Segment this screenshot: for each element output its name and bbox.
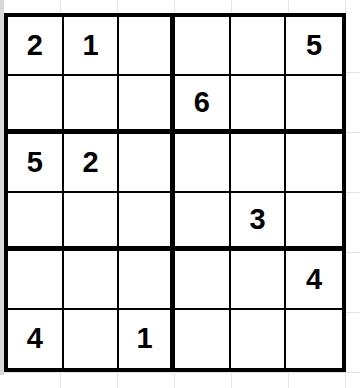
sudoku-cell-r6c1[interactable]: 4 xyxy=(8,310,64,369)
sudoku-cell-r1c3[interactable] xyxy=(119,17,175,76)
cell-value: 5 xyxy=(27,148,43,177)
sudoku-cell-r3c6[interactable] xyxy=(286,134,342,193)
sudoku-cell-r1c5[interactable] xyxy=(231,17,287,76)
sudoku-cell-r1c2[interactable]: 1 xyxy=(64,17,120,76)
cell-value: 4 xyxy=(27,324,43,353)
sudoku-cell-r6c4[interactable] xyxy=(175,310,231,369)
sudoku-cell-r2c6[interactable] xyxy=(286,76,342,135)
cell-value: 3 xyxy=(249,205,265,234)
cell-value: 4 xyxy=(306,265,322,294)
sudoku-cell-r5c2[interactable] xyxy=(64,251,120,310)
cell-value: 2 xyxy=(82,148,98,177)
cell-value: 1 xyxy=(82,31,98,60)
sudoku-cell-r2c2[interactable] xyxy=(64,76,120,135)
sudoku-cell-r4c3[interactable] xyxy=(119,193,175,252)
cell-value: 2 xyxy=(27,31,43,60)
cell-value: 6 xyxy=(194,88,210,117)
sudoku-cell-r6c3[interactable]: 1 xyxy=(119,310,175,369)
sudoku-cell-r1c4[interactable] xyxy=(175,17,231,76)
sudoku-cell-r4c4[interactable] xyxy=(175,193,231,252)
sudoku-cell-r4c1[interactable] xyxy=(8,193,64,252)
cell-value: 1 xyxy=(137,324,153,353)
sudoku-cell-r2c5[interactable] xyxy=(231,76,287,135)
sudoku-cell-r4c5[interactable]: 3 xyxy=(231,193,287,252)
cell-value: 5 xyxy=(306,31,322,60)
sudoku-cell-r5c5[interactable] xyxy=(231,251,287,310)
sudoku-cell-r3c5[interactable] xyxy=(231,134,287,193)
sudoku-cell-r2c3[interactable] xyxy=(119,76,175,135)
sudoku-cell-r3c1[interactable]: 5 xyxy=(8,134,64,193)
sudoku-cell-r3c3[interactable] xyxy=(119,134,175,193)
sudoku-cell-r5c3[interactable] xyxy=(119,251,175,310)
sudoku-cell-r1c6[interactable]: 5 xyxy=(286,17,342,76)
sudoku-cell-r4c6[interactable] xyxy=(286,193,342,252)
sudoku-board: 2156523441 xyxy=(4,13,346,372)
sudoku-cell-r1c1[interactable]: 2 xyxy=(8,17,64,76)
sudoku-cell-r6c2[interactable] xyxy=(64,310,120,369)
sudoku-cell-r5c6[interactable]: 4 xyxy=(286,251,342,310)
sudoku-cell-r6c6[interactable] xyxy=(286,310,342,369)
sudoku-cell-r2c4[interactable]: 6 xyxy=(175,76,231,135)
sudoku-cell-r2c1[interactable] xyxy=(8,76,64,135)
sudoku-cell-r3c2[interactable]: 2 xyxy=(64,134,120,193)
sudoku-cell-r4c2[interactable] xyxy=(64,193,120,252)
sudoku-cell-r5c4[interactable] xyxy=(175,251,231,310)
sudoku-cell-r6c5[interactable] xyxy=(231,310,287,369)
sudoku-cell-r3c4[interactable] xyxy=(175,134,231,193)
sudoku-cell-r5c1[interactable] xyxy=(8,251,64,310)
